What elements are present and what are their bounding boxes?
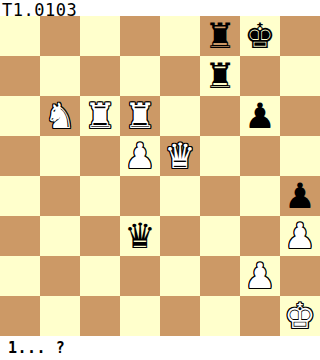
square-d5[interactable]: ♟ [120,136,160,176]
square-h7[interactable] [280,56,320,96]
square-b1[interactable] [40,296,80,336]
square-c2[interactable] [80,256,120,296]
square-e6[interactable] [160,96,200,136]
square-f1[interactable] [200,296,240,336]
square-e7[interactable] [160,56,200,96]
white-knight[interactable]: ♞ [44,96,75,136]
square-g3[interactable] [240,216,280,256]
square-d7[interactable] [120,56,160,96]
square-d2[interactable] [120,256,160,296]
square-c6[interactable]: ♜ [80,96,120,136]
square-g4[interactable] [240,176,280,216]
square-g2[interactable]: ♟ [240,256,280,296]
black-pawn[interactable]: ♟ [284,176,315,216]
square-g6[interactable]: ♟ [240,96,280,136]
square-d4[interactable] [120,176,160,216]
square-f2[interactable] [200,256,240,296]
white-pawn[interactable]: ♟ [244,256,275,296]
square-c5[interactable] [80,136,120,176]
square-g1[interactable] [240,296,280,336]
square-a7[interactable] [0,56,40,96]
square-h8[interactable] [280,16,320,56]
black-king[interactable]: ♚ [244,16,275,56]
square-h1[interactable]: ♚ [280,296,320,336]
square-a8[interactable] [0,16,40,56]
square-c8[interactable] [80,16,120,56]
white-pawn[interactable]: ♟ [124,136,155,176]
square-e4[interactable] [160,176,200,216]
square-e8[interactable] [160,16,200,56]
square-f6[interactable] [200,96,240,136]
black-pawn[interactable]: ♟ [244,96,275,136]
move-prompt: 1... ? [8,339,65,357]
square-f7[interactable]: ♜ [200,56,240,96]
square-a5[interactable] [0,136,40,176]
square-g8[interactable]: ♚ [240,16,280,56]
square-b8[interactable] [40,16,80,56]
square-b6[interactable]: ♞ [40,96,80,136]
square-d8[interactable] [120,16,160,56]
square-b2[interactable] [40,256,80,296]
black-rook[interactable]: ♜ [204,56,235,96]
square-h6[interactable] [280,96,320,136]
square-h3[interactable]: ♟ [280,216,320,256]
square-h5[interactable] [280,136,320,176]
square-a4[interactable] [0,176,40,216]
white-rook[interactable]: ♜ [84,96,115,136]
square-a6[interactable] [0,96,40,136]
square-f4[interactable] [200,176,240,216]
square-e1[interactable] [160,296,200,336]
square-h2[interactable] [280,256,320,296]
square-f8[interactable]: ♜ [200,16,240,56]
square-h4[interactable]: ♟ [280,176,320,216]
square-c7[interactable] [80,56,120,96]
square-b5[interactable] [40,136,80,176]
square-c3[interactable] [80,216,120,256]
square-e3[interactable] [160,216,200,256]
black-rook[interactable]: ♜ [204,16,235,56]
square-a3[interactable] [0,216,40,256]
square-a2[interactable] [0,256,40,296]
white-rook[interactable]: ♜ [124,96,155,136]
square-c1[interactable] [80,296,120,336]
square-b4[interactable] [40,176,80,216]
white-pawn[interactable]: ♟ [284,216,315,256]
square-d3[interactable]: ♛ [120,216,160,256]
square-e5[interactable]: ♛ [160,136,200,176]
square-c4[interactable] [80,176,120,216]
square-f5[interactable] [200,136,240,176]
square-g5[interactable] [240,136,280,176]
square-d1[interactable] [120,296,160,336]
square-b7[interactable] [40,56,80,96]
black-queen[interactable]: ♛ [124,216,155,256]
square-b3[interactable] [40,216,80,256]
square-e2[interactable] [160,256,200,296]
square-a1[interactable] [0,296,40,336]
white-king[interactable]: ♚ [284,296,315,336]
square-d6[interactable]: ♜ [120,96,160,136]
white-queen[interactable]: ♛ [164,136,195,176]
square-f3[interactable] [200,216,240,256]
chess-board: ♜♚♜♞♜♜♟♟♛♟♛♟♟♚ [0,16,320,336]
square-g7[interactable] [240,56,280,96]
